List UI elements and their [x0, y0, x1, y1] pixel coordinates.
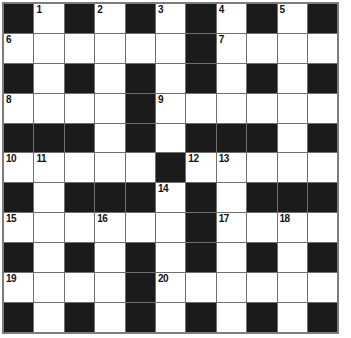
white-cell-r5c3[interactable]	[95, 153, 124, 182]
white-cell-r5c2[interactable]	[65, 153, 94, 182]
white-cell-r9c8[interactable]	[247, 273, 276, 302]
black-cell-r4c1	[34, 124, 63, 153]
clue-number-13: 13	[219, 153, 229, 164]
black-cell-r6c2	[65, 183, 94, 212]
white-cell-r1c0[interactable]: 6	[4, 34, 33, 63]
black-cell-r2c10	[308, 64, 337, 93]
clue-number-4: 4	[219, 4, 224, 15]
white-cell-r3c10[interactable]	[308, 94, 337, 123]
black-cell-r8c10	[308, 243, 337, 272]
white-cell-r5c7[interactable]: 13	[217, 153, 246, 182]
white-cell-r7c3[interactable]: 16	[95, 213, 124, 242]
white-cell-r8c1[interactable]	[34, 243, 63, 272]
white-cell-r7c8[interactable]	[247, 213, 276, 242]
white-cell-r3c9[interactable]	[278, 94, 307, 123]
black-cell-r0c10	[308, 4, 337, 33]
black-cell-r0c8	[247, 4, 276, 33]
white-cell-r2c9[interactable]	[278, 64, 307, 93]
white-cell-r5c8[interactable]	[247, 153, 276, 182]
white-cell-r0c5[interactable]: 3	[156, 4, 185, 33]
white-cell-r2c3[interactable]	[95, 64, 124, 93]
clue-number-1: 1	[36, 4, 41, 15]
black-cell-r4c4	[126, 124, 155, 153]
white-cell-r1c10[interactable]	[308, 34, 337, 63]
black-cell-r6c8	[247, 183, 276, 212]
white-cell-r8c7[interactable]	[217, 243, 246, 272]
white-cell-r5c0[interactable]: 10	[4, 153, 33, 182]
white-cell-r7c0[interactable]: 15	[4, 213, 33, 242]
white-cell-r3c7[interactable]	[217, 94, 246, 123]
white-cell-r1c5[interactable]	[156, 34, 185, 63]
white-cell-r9c0[interactable]: 19	[4, 273, 33, 302]
clue-number-14: 14	[158, 183, 168, 194]
white-cell-r8c9[interactable]	[278, 243, 307, 272]
black-cell-r0c4	[126, 4, 155, 33]
black-cell-r4c6	[186, 124, 215, 153]
white-cell-r10c7[interactable]	[217, 303, 246, 332]
white-cell-r0c9[interactable]: 5	[278, 4, 307, 33]
black-cell-r4c0	[4, 124, 33, 153]
white-cell-r9c3[interactable]	[95, 273, 124, 302]
white-cell-r1c7[interactable]: 7	[217, 34, 246, 63]
black-cell-r6c3	[95, 183, 124, 212]
black-cell-r6c10	[308, 183, 337, 212]
black-cell-r7c6	[186, 213, 215, 242]
white-cell-r3c2[interactable]	[65, 94, 94, 123]
white-cell-r1c8[interactable]	[247, 34, 276, 63]
white-cell-r3c0[interactable]: 8	[4, 94, 33, 123]
black-cell-r3c4	[126, 94, 155, 123]
white-cell-r7c4[interactable]	[126, 213, 155, 242]
white-cell-r1c1[interactable]	[34, 34, 63, 63]
white-cell-r9c9[interactable]	[278, 273, 307, 302]
white-cell-r5c10[interactable]	[308, 153, 337, 182]
white-cell-r9c6[interactable]	[186, 273, 215, 302]
black-cell-r8c8	[247, 243, 276, 272]
clue-number-20: 20	[158, 273, 168, 284]
black-cell-r6c4	[126, 183, 155, 212]
white-cell-r2c5[interactable]	[156, 64, 185, 93]
white-cell-r4c3[interactable]	[95, 124, 124, 153]
clue-number-15: 15	[6, 213, 16, 224]
black-cell-r5c5	[156, 153, 185, 182]
clue-number-2: 2	[97, 4, 102, 15]
white-cell-r4c9[interactable]	[278, 124, 307, 153]
black-cell-r10c10	[308, 303, 337, 332]
clue-number-10: 10	[6, 153, 16, 164]
clue-number-9: 9	[158, 94, 163, 105]
clue-number-3: 3	[158, 4, 163, 15]
black-cell-r2c2	[65, 64, 94, 93]
white-cell-r10c5[interactable]	[156, 303, 185, 332]
white-cell-r7c10[interactable]	[308, 213, 337, 242]
white-cell-r6c5[interactable]: 14	[156, 183, 185, 212]
black-cell-r2c4	[126, 64, 155, 93]
black-cell-r8c6	[186, 243, 215, 272]
white-cell-r9c7[interactable]	[217, 273, 246, 302]
black-cell-r2c6	[186, 64, 215, 93]
clue-number-8: 8	[6, 94, 11, 105]
clue-number-11: 11	[36, 153, 46, 164]
black-cell-r6c6	[186, 183, 215, 212]
crossword-grid: 1234567891011121314151617181920	[2, 2, 339, 334]
white-cell-r5c6[interactable]: 12	[186, 153, 215, 182]
black-cell-r6c9	[278, 183, 307, 212]
black-cell-r2c8	[247, 64, 276, 93]
black-cell-r0c0	[4, 4, 33, 33]
black-cell-r9c4	[126, 273, 155, 302]
clue-number-16: 16	[97, 213, 107, 224]
white-cell-r4c5[interactable]	[156, 124, 185, 153]
white-cell-r5c9[interactable]	[278, 153, 307, 182]
white-cell-r8c3[interactable]	[95, 243, 124, 272]
white-cell-r6c1[interactable]	[34, 183, 63, 212]
clue-number-7: 7	[219, 34, 224, 45]
clue-number-17: 17	[219, 213, 229, 224]
white-cell-r7c1[interactable]	[34, 213, 63, 242]
white-cell-r7c5[interactable]	[156, 213, 185, 242]
black-cell-r10c0	[4, 303, 33, 332]
black-cell-r10c6	[186, 303, 215, 332]
white-cell-r3c6[interactable]	[186, 94, 215, 123]
white-cell-r1c4[interactable]	[126, 34, 155, 63]
white-cell-r1c2[interactable]	[65, 34, 94, 63]
white-cell-r9c5[interactable]: 20	[156, 273, 185, 302]
white-cell-r3c1[interactable]	[34, 94, 63, 123]
white-cell-r7c9[interactable]: 18	[278, 213, 307, 242]
white-cell-r10c1[interactable]	[34, 303, 63, 332]
black-cell-r4c10	[308, 124, 337, 153]
white-cell-r7c7[interactable]: 17	[217, 213, 246, 242]
white-cell-r0c7[interactable]: 4	[217, 4, 246, 33]
black-cell-r10c2	[65, 303, 94, 332]
white-cell-r3c3[interactable]	[95, 94, 124, 123]
white-cell-r9c10[interactable]	[308, 273, 337, 302]
clue-number-5: 5	[280, 4, 285, 15]
white-cell-r9c2[interactable]	[65, 273, 94, 302]
white-cell-r3c8[interactable]	[247, 94, 276, 123]
white-cell-r2c7[interactable]	[217, 64, 246, 93]
black-cell-r0c2	[65, 4, 94, 33]
black-cell-r4c2	[65, 124, 94, 153]
clue-number-18: 18	[280, 213, 290, 224]
white-cell-r0c3[interactable]: 2	[95, 4, 124, 33]
white-cell-r5c1[interactable]: 11	[34, 153, 63, 182]
black-cell-r4c7	[217, 124, 246, 153]
white-cell-r1c3[interactable]	[95, 34, 124, 63]
white-cell-r5c4[interactable]	[126, 153, 155, 182]
white-cell-r10c3[interactable]	[95, 303, 124, 332]
black-cell-r1c6	[186, 34, 215, 63]
black-cell-r2c0	[4, 64, 33, 93]
black-cell-r10c4	[126, 303, 155, 332]
black-cell-r8c0	[4, 243, 33, 272]
black-cell-r0c6	[186, 4, 215, 33]
black-cell-r8c2	[65, 243, 94, 272]
clue-number-19: 19	[6, 273, 16, 284]
white-cell-r2c1[interactable]	[34, 64, 63, 93]
white-cell-r10c9[interactable]	[278, 303, 307, 332]
white-cell-r1c9[interactable]	[278, 34, 307, 63]
black-cell-r10c8	[247, 303, 276, 332]
clue-number-12: 12	[188, 153, 198, 164]
white-cell-r8c5[interactable]	[156, 243, 185, 272]
white-cell-r0c1[interactable]: 1	[34, 4, 63, 33]
white-cell-r6c7[interactable]	[217, 183, 246, 212]
black-cell-r6c0	[4, 183, 33, 212]
black-cell-r4c8	[247, 124, 276, 153]
clue-number-6: 6	[6, 34, 11, 45]
black-cell-r8c4	[126, 243, 155, 272]
white-cell-r9c1[interactable]	[34, 273, 63, 302]
white-cell-r3c5[interactable]: 9	[156, 94, 185, 123]
white-cell-r7c2[interactable]	[65, 213, 94, 242]
